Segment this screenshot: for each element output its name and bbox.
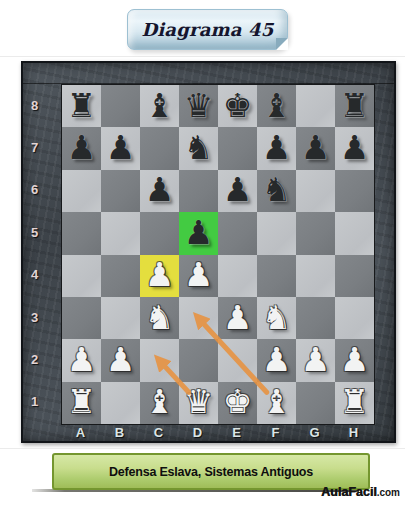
black-pawn: ♟	[67, 131, 97, 164]
square-c5	[140, 212, 179, 254]
rank-label-8: 8	[23, 84, 61, 126]
square-g6	[296, 170, 335, 212]
square-c4: ♟	[140, 255, 179, 297]
square-d2	[179, 339, 218, 381]
square-a7: ♟	[62, 127, 101, 169]
white-king: ♚	[223, 385, 253, 418]
white-bishop: ♝	[145, 385, 175, 418]
square-c2	[140, 339, 179, 381]
square-e8: ♚	[218, 85, 257, 127]
file-label-h: H	[334, 423, 373, 442]
white-pawn: ♟	[67, 343, 97, 376]
black-rook: ♜	[340, 89, 370, 122]
square-e3: ♟	[218, 297, 257, 339]
square-g8	[296, 85, 335, 127]
square-e2	[218, 339, 257, 381]
black-pawn: ♟	[184, 216, 214, 249]
bottom-divider	[0, 448, 405, 449]
file-label-b: B	[100, 423, 139, 442]
square-c7	[140, 127, 179, 169]
opening-name: Defensa Eslava, Sistemas Antiguos	[109, 465, 313, 479]
file-label-d: D	[178, 423, 217, 442]
square-d7: ♞	[179, 127, 218, 169]
white-knight: ♞	[262, 301, 292, 334]
file-label-g: G	[295, 423, 334, 442]
square-b5	[101, 212, 140, 254]
rank-label-1: 1	[23, 381, 61, 423]
square-e7	[218, 127, 257, 169]
black-pawn: ♟	[106, 131, 136, 164]
square-a1: ♜	[62, 382, 101, 424]
black-rook: ♜	[67, 89, 97, 122]
rank-label-6: 6	[23, 169, 61, 211]
brand-name: AulaFacil	[321, 485, 377, 499]
square-b1	[101, 382, 140, 424]
square-h3	[335, 297, 374, 339]
file-labels: ABCDEFGH	[61, 423, 373, 442]
white-rook: ♜	[67, 385, 97, 418]
square-b2: ♟	[101, 339, 140, 381]
file-label-c: C	[139, 423, 178, 442]
rank-labels: 87654321	[23, 84, 61, 423]
square-b4	[101, 255, 140, 297]
square-a3	[62, 297, 101, 339]
file-label-e: E	[217, 423, 256, 442]
square-g5	[296, 212, 335, 254]
black-pawn: ♟	[262, 131, 292, 164]
square-d8: ♛	[179, 85, 218, 127]
top-divider	[0, 56, 405, 57]
square-e6: ♟	[218, 170, 257, 212]
square-e4	[218, 255, 257, 297]
rank-label-5: 5	[23, 211, 61, 253]
black-bishop: ♝	[262, 89, 292, 122]
black-bishop: ♝	[145, 89, 175, 122]
file-label-a: A	[61, 423, 100, 442]
rank-label-3: 3	[23, 296, 61, 338]
board-frame: 87654321 ♜♝♛♚♝♜♟♟♞♟♟♟♟♟♞♟♟♟♞♟♞♟♟♟♟♟♜♝♛♚♝…	[21, 61, 396, 443]
white-pawn: ♟	[106, 343, 136, 376]
title-banner: Diagrama 45	[127, 9, 288, 50]
square-g4	[296, 255, 335, 297]
white-pawn: ♟	[184, 258, 214, 291]
square-g3	[296, 297, 335, 339]
square-a5	[62, 212, 101, 254]
square-f1: ♝	[257, 382, 296, 424]
square-c8: ♝	[140, 85, 179, 127]
square-f4	[257, 255, 296, 297]
square-a6	[62, 170, 101, 212]
rank-label-4: 4	[23, 254, 61, 296]
white-pawn: ♟	[301, 343, 331, 376]
white-rook: ♜	[340, 385, 370, 418]
white-pawn: ♟	[262, 343, 292, 376]
square-c3: ♞	[140, 297, 179, 339]
white-pawn: ♟	[340, 343, 370, 376]
square-b8	[101, 85, 140, 127]
black-pawn: ♟	[301, 131, 331, 164]
brand-suffix: .com	[377, 487, 400, 498]
square-a2: ♟	[62, 339, 101, 381]
rank-label-2: 2	[23, 338, 61, 380]
brand-text: AulaFacil.com	[321, 482, 400, 500]
square-f8: ♝	[257, 85, 296, 127]
black-pawn: ♟	[340, 131, 370, 164]
rank-label-7: 7	[23, 126, 61, 168]
square-f2: ♟	[257, 339, 296, 381]
square-f7: ♟	[257, 127, 296, 169]
square-b6	[101, 170, 140, 212]
square-h2: ♟	[335, 339, 374, 381]
diagram-page: Diagrama 45 87654321 ♜♝♛♚♝♜♟♟♞♟♟♟♟♟♞♟♟♟♞…	[0, 0, 405, 505]
square-h6	[335, 170, 374, 212]
white-bishop: ♝	[262, 385, 292, 418]
square-d4: ♟	[179, 255, 218, 297]
file-label-f: F	[256, 423, 295, 442]
square-g2: ♟	[296, 339, 335, 381]
square-f5	[257, 212, 296, 254]
black-queen: ♛	[184, 89, 214, 122]
square-f6: ♞	[257, 170, 296, 212]
diagram-title: Diagrama 45	[141, 19, 273, 40]
black-knight: ♞	[262, 173, 292, 206]
square-b3	[101, 297, 140, 339]
square-d1: ♛	[179, 382, 218, 424]
white-queen: ♛	[184, 385, 214, 418]
white-pawn: ♟	[145, 258, 175, 291]
white-knight: ♞	[145, 301, 175, 334]
square-g1	[296, 382, 335, 424]
black-pawn: ♟	[145, 173, 175, 206]
square-h1: ♜	[335, 382, 374, 424]
square-h7: ♟	[335, 127, 374, 169]
square-a4	[62, 255, 101, 297]
square-h4	[335, 255, 374, 297]
square-d3	[179, 297, 218, 339]
square-h8: ♜	[335, 85, 374, 127]
square-c6: ♟	[140, 170, 179, 212]
black-knight: ♞	[184, 131, 214, 164]
black-king: ♚	[223, 89, 253, 122]
square-e1: ♚	[218, 382, 257, 424]
square-h5	[335, 212, 374, 254]
square-g7: ♟	[296, 127, 335, 169]
white-pawn: ♟	[223, 301, 253, 334]
square-e5	[218, 212, 257, 254]
square-b7: ♟	[101, 127, 140, 169]
square-c1: ♝	[140, 382, 179, 424]
black-pawn: ♟	[223, 173, 253, 206]
square-d6	[179, 170, 218, 212]
chess-board: ♜♝♛♚♝♜♟♟♞♟♟♟♟♟♞♟♟♟♞♟♞♟♟♟♟♟♜♝♛♚♝♜	[61, 84, 375, 425]
square-f3: ♞	[257, 297, 296, 339]
square-a8: ♜	[62, 85, 101, 127]
square-d5: ♟	[179, 212, 218, 254]
